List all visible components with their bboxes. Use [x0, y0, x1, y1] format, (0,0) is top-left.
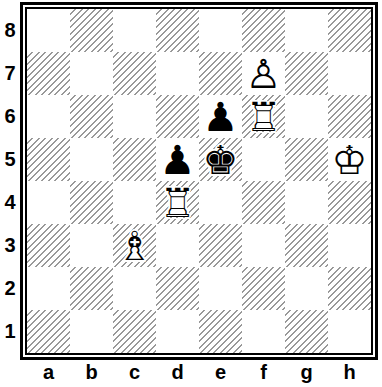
- square-d1[interactable]: [156, 310, 199, 353]
- rank-label-8: 8: [0, 9, 20, 52]
- square-e2[interactable]: [199, 267, 242, 310]
- file-label-a: a: [27, 358, 70, 387]
- rank-labels: 87654321: [0, 2, 20, 353]
- square-f2[interactable]: [242, 267, 285, 310]
- file-label-h: h: [328, 358, 371, 387]
- white-bishop-glyph: ♗: [117, 226, 153, 266]
- square-f3[interactable]: [242, 224, 285, 267]
- square-c3[interactable]: ♝♗: [113, 224, 156, 267]
- square-c5[interactable]: [113, 138, 156, 181]
- square-a7[interactable]: [27, 52, 70, 95]
- square-f8[interactable]: [242, 9, 285, 52]
- square-c1[interactable]: [113, 310, 156, 353]
- chess-diagram: 87654321 ♟♙♟♟♜♖♟♟♚♚♚♔♜♖♝♗ abcdefgh: [0, 0, 382, 387]
- square-a4[interactable]: [27, 181, 70, 224]
- square-c4[interactable]: [113, 181, 156, 224]
- square-d3[interactable]: [156, 224, 199, 267]
- board-border: ♟♙♟♟♜♖♟♟♚♚♚♔♜♖♝♗: [20, 2, 378, 360]
- rank-label-5: 5: [0, 138, 20, 181]
- piece-black-pawn[interactable]: ♟♟: [199, 95, 242, 138]
- square-a3[interactable]: [27, 224, 70, 267]
- black-king-glyph: ♚: [203, 140, 239, 180]
- rank-label-4: 4: [0, 181, 20, 224]
- piece-white-pawn[interactable]: ♟♙: [242, 52, 285, 95]
- square-c2[interactable]: [113, 267, 156, 310]
- square-b7[interactable]: [70, 52, 113, 95]
- square-h5[interactable]: ♚♔: [328, 138, 371, 181]
- square-e7[interactable]: [199, 52, 242, 95]
- square-h7[interactable]: [328, 52, 371, 95]
- square-a6[interactable]: [27, 95, 70, 138]
- square-a1[interactable]: [27, 310, 70, 353]
- square-e5[interactable]: ♚♚: [199, 138, 242, 181]
- square-e6[interactable]: ♟♟: [199, 95, 242, 138]
- square-g7[interactable]: [285, 52, 328, 95]
- piece-white-king[interactable]: ♚♔: [328, 138, 371, 181]
- square-h2[interactable]: [328, 267, 371, 310]
- black-pawn-glyph: ♟: [203, 97, 239, 137]
- square-d7[interactable]: [156, 52, 199, 95]
- file-label-d: d: [156, 358, 199, 387]
- square-d8[interactable]: [156, 9, 199, 52]
- square-g8[interactable]: [285, 9, 328, 52]
- square-b3[interactable]: [70, 224, 113, 267]
- square-g1[interactable]: [285, 310, 328, 353]
- rank-label-6: 6: [0, 95, 20, 138]
- square-a5[interactable]: [27, 138, 70, 181]
- square-a2[interactable]: [27, 267, 70, 310]
- square-d6[interactable]: [156, 95, 199, 138]
- piece-white-rook[interactable]: ♜♖: [242, 95, 285, 138]
- square-a8[interactable]: [27, 9, 70, 52]
- board-inner-border: ♟♙♟♟♜♖♟♟♚♚♚♔♜♖♝♗: [25, 7, 373, 355]
- rank-label-2: 2: [0, 267, 20, 310]
- white-king-glyph: ♔: [332, 140, 368, 180]
- square-b4[interactable]: [70, 181, 113, 224]
- file-label-c: c: [113, 358, 156, 387]
- square-c6[interactable]: [113, 95, 156, 138]
- square-f4[interactable]: [242, 181, 285, 224]
- white-rook-glyph: ♖: [160, 183, 196, 223]
- piece-white-bishop[interactable]: ♝♗: [113, 224, 156, 267]
- file-label-f: f: [242, 358, 285, 387]
- rank-label-7: 7: [0, 52, 20, 95]
- square-d5[interactable]: ♟♟: [156, 138, 199, 181]
- file-label-g: g: [285, 358, 328, 387]
- piece-black-pawn[interactable]: ♟♟: [156, 138, 199, 181]
- square-f1[interactable]: [242, 310, 285, 353]
- square-h8[interactable]: [328, 9, 371, 52]
- square-e4[interactable]: [199, 181, 242, 224]
- rank-label-1: 1: [0, 310, 20, 353]
- square-d4[interactable]: ♜♖: [156, 181, 199, 224]
- white-pawn-glyph: ♙: [246, 54, 282, 94]
- square-g2[interactable]: [285, 267, 328, 310]
- square-c8[interactable]: [113, 9, 156, 52]
- square-h1[interactable]: [328, 310, 371, 353]
- square-b6[interactable]: [70, 95, 113, 138]
- square-e3[interactable]: [199, 224, 242, 267]
- black-pawn-glyph: ♟: [160, 140, 196, 180]
- file-labels: abcdefgh: [20, 358, 371, 387]
- square-e8[interactable]: [199, 9, 242, 52]
- square-e1[interactable]: [199, 310, 242, 353]
- square-h3[interactable]: [328, 224, 371, 267]
- rank-label-3: 3: [0, 224, 20, 267]
- square-b2[interactable]: [70, 267, 113, 310]
- file-label-b: b: [70, 358, 113, 387]
- piece-white-rook[interactable]: ♜♖: [156, 181, 199, 224]
- chess-board: ♟♙♟♟♜♖♟♟♚♚♚♔♜♖♝♗: [27, 9, 371, 353]
- square-g6[interactable]: [285, 95, 328, 138]
- file-label-e: e: [199, 358, 242, 387]
- square-f7[interactable]: ♟♙: [242, 52, 285, 95]
- square-f6[interactable]: ♜♖: [242, 95, 285, 138]
- square-b5[interactable]: [70, 138, 113, 181]
- piece-black-king[interactable]: ♚♚: [199, 138, 242, 181]
- square-f5[interactable]: [242, 138, 285, 181]
- square-b8[interactable]: [70, 9, 113, 52]
- square-g3[interactable]: [285, 224, 328, 267]
- square-g5[interactable]: [285, 138, 328, 181]
- square-d2[interactable]: [156, 267, 199, 310]
- square-b1[interactable]: [70, 310, 113, 353]
- square-c7[interactable]: [113, 52, 156, 95]
- white-rook-glyph: ♖: [246, 97, 282, 137]
- square-h6[interactable]: [328, 95, 371, 138]
- square-g4[interactable]: [285, 181, 328, 224]
- square-h4[interactable]: [328, 181, 371, 224]
